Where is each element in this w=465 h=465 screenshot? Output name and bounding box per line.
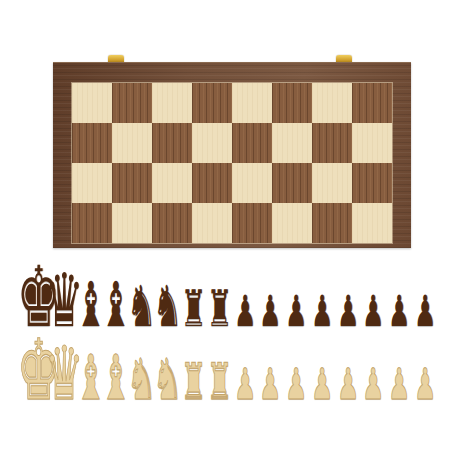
dark-pawn-icon: ♟ <box>362 290 384 333</box>
board-square-r3c7 <box>352 203 392 243</box>
piece-light-pawn: ♟ <box>232 363 258 406</box>
piece-light-pawn: ♟ <box>387 363 413 406</box>
board-square-r0c5 <box>272 83 312 123</box>
board-square-r1c6 <box>312 123 352 163</box>
piece-light-pawn: ♟ <box>284 363 310 406</box>
product-photo-background: ♚♛♝♝♞♞♜♜♟♟♟♟♟♟♟♟ ♚♛♝♝♞♞♜♜♟♟♟♟♟♟♟♟ <box>0 0 465 465</box>
piece-light-pawn: ♟ <box>309 363 335 406</box>
light-rook-icon: ♜ <box>206 357 232 407</box>
piece-light-pawn: ♟ <box>258 363 284 406</box>
light-pawn-icon: ♟ <box>337 363 359 406</box>
light-rook-icon: ♜ <box>180 357 206 407</box>
board-squares <box>72 83 392 243</box>
board-square-r0c2 <box>152 83 192 123</box>
light-pawn-icon: ♟ <box>362 363 384 406</box>
piece-dark-knight: ♞ <box>155 278 181 335</box>
piece-dark-pawn: ♟ <box>335 290 361 333</box>
folded-chess-box <box>53 62 411 248</box>
piece-dark-pawn: ♟ <box>258 290 284 333</box>
board-square-r2c5 <box>272 163 312 203</box>
board-square-r0c6 <box>312 83 352 123</box>
dark-pawn-icon: ♟ <box>234 290 256 333</box>
piece-light-pawn: ♟ <box>335 363 361 406</box>
board-square-r2c0 <box>72 163 112 203</box>
board-square-r3c5 <box>272 203 312 243</box>
board-square-r0c7 <box>352 83 392 123</box>
dark-pawn-icon: ♟ <box>414 290 436 333</box>
piece-dark-pawn: ♟ <box>387 290 413 333</box>
board-square-r3c6 <box>312 203 352 243</box>
light-pawn-icon: ♟ <box>259 363 281 406</box>
dark-pawn-icon: ♟ <box>259 290 281 333</box>
light-pawn-icon: ♟ <box>234 363 256 406</box>
board-square-r2c2 <box>152 163 192 203</box>
dark-knight-icon: ♞ <box>153 278 183 335</box>
piece-dark-pawn: ♟ <box>309 290 335 333</box>
board-square-r2c3 <box>192 163 232 203</box>
piece-dark-bishop: ♝ <box>103 274 129 336</box>
light-pieces-row: ♚♛♝♝♞♞♜♜♟♟♟♟♟♟♟♟ <box>26 328 438 408</box>
board-square-r0c1 <box>112 83 152 123</box>
piece-light-pawn: ♟ <box>412 363 438 406</box>
board-square-r3c4 <box>232 203 272 243</box>
piece-dark-pawn: ♟ <box>232 290 258 333</box>
piece-light-pawn: ♟ <box>361 363 387 406</box>
light-pawn-icon: ♟ <box>414 363 436 406</box>
piece-dark-pawn: ♟ <box>284 290 310 333</box>
board-square-r2c4 <box>232 163 272 203</box>
dark-pawn-icon: ♟ <box>285 290 307 333</box>
light-knight-icon: ♞ <box>153 351 183 408</box>
dark-rook-icon: ♜ <box>206 284 232 334</box>
board-square-r0c3 <box>192 83 232 123</box>
piece-dark-pawn: ♟ <box>412 290 438 333</box>
dark-pawn-icon: ♟ <box>337 290 359 333</box>
board-square-r3c3 <box>192 203 232 243</box>
piece-light-knight: ♞ <box>129 351 155 408</box>
light-pawn-icon: ♟ <box>285 363 307 406</box>
light-pawn-icon: ♟ <box>311 363 333 406</box>
piece-dark-knight: ♞ <box>129 278 155 335</box>
piece-light-knight: ♞ <box>155 351 181 408</box>
board-square-r3c0 <box>72 203 112 243</box>
light-pawn-icon: ♟ <box>388 363 410 406</box>
piece-dark-pawn: ♟ <box>361 290 387 333</box>
dark-rook-icon: ♜ <box>180 284 206 334</box>
board-square-r1c7 <box>352 123 392 163</box>
piece-dark-rook: ♜ <box>181 284 207 334</box>
board-square-r1c5 <box>272 123 312 163</box>
board-square-r1c3 <box>192 123 232 163</box>
board-square-r0c0 <box>72 83 112 123</box>
board-square-r1c1 <box>112 123 152 163</box>
board-square-r0c4 <box>232 83 272 123</box>
board-square-r1c2 <box>152 123 192 163</box>
board-square-r2c1 <box>112 163 152 203</box>
board-square-r2c7 <box>352 163 392 203</box>
piece-light-queen: ♛ <box>52 336 78 410</box>
dark-pawn-icon: ♟ <box>311 290 333 333</box>
dark-pawn-icon: ♟ <box>388 290 410 333</box>
piece-light-bishop: ♝ <box>103 347 129 409</box>
piece-light-rook: ♜ <box>181 357 207 407</box>
dark-pieces-row: ♚♛♝♝♞♞♜♜♟♟♟♟♟♟♟♟ <box>26 255 438 335</box>
board-square-r2c6 <box>312 163 352 203</box>
piece-dark-rook: ♜ <box>206 284 232 334</box>
piece-light-rook: ♜ <box>206 357 232 407</box>
board-square-r3c2 <box>152 203 192 243</box>
board-square-r1c0 <box>72 123 112 163</box>
board-square-r1c4 <box>232 123 272 163</box>
board-square-r3c1 <box>112 203 152 243</box>
